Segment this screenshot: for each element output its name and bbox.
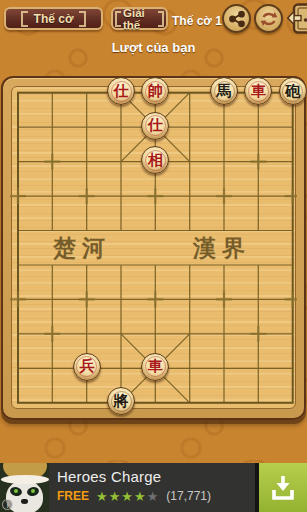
- star-icon: ★: [109, 489, 122, 504]
- puzzle-title: Thế cờ 1: [172, 14, 222, 28]
- piece-砲[interactable]: 砲: [279, 77, 307, 105]
- undo-icon: [260, 11, 278, 27]
- piece-兵[interactable]: 兵: [73, 353, 101, 381]
- piece-仕[interactable]: 仕: [107, 77, 135, 105]
- ad-review-count: (17,771): [166, 489, 211, 503]
- panda-eye: [31, 489, 35, 493]
- tab-giai-the[interactable]: Giải thế: [111, 7, 168, 30]
- download-icon: [270, 474, 296, 501]
- ad-banner[interactable]: i Heroes Charge FREE ★★★★★ (17,771): [0, 463, 307, 512]
- ad-price: FREE: [57, 489, 89, 503]
- ad-stars: ★★★★★: [96, 490, 159, 503]
- ad-info-icon[interactable]: i: [2, 499, 13, 510]
- star-icon: ★: [121, 489, 134, 504]
- share-icon: [229, 11, 245, 27]
- panda-nose: [21, 499, 28, 504]
- star-icon: ★: [96, 489, 109, 504]
- panda-eye: [14, 489, 18, 493]
- turn-indicator: Lượt của bạn: [0, 40, 307, 55]
- app-screen: Thế cờ Giải thế Thế cờ 1: [0, 0, 307, 512]
- share-button[interactable]: [222, 4, 251, 33]
- piece-仕[interactable]: 仕: [141, 112, 169, 140]
- exit-door-icon: [287, 3, 307, 34]
- tab-giai-the-label: Giải thế: [123, 7, 156, 31]
- tab-the-co-label: Thế cờ: [34, 12, 74, 26]
- star-icon: ★: [147, 489, 160, 504]
- ad-download-button[interactable]: [259, 463, 307, 512]
- panda-hat-fur: [1, 475, 49, 484]
- exit-button[interactable]: [287, 3, 307, 34]
- undo-button[interactable]: [254, 4, 283, 33]
- piece-車[interactable]: 車: [141, 353, 169, 381]
- ad-app-icon[interactable]: i: [0, 463, 49, 512]
- tab-the-co[interactable]: Thế cờ: [4, 7, 103, 30]
- ad-meta-row: FREE ★★★★★ (17,771): [57, 489, 211, 503]
- ad-title[interactable]: Heroes Charge: [57, 468, 161, 485]
- star-icon: ★: [134, 489, 147, 504]
